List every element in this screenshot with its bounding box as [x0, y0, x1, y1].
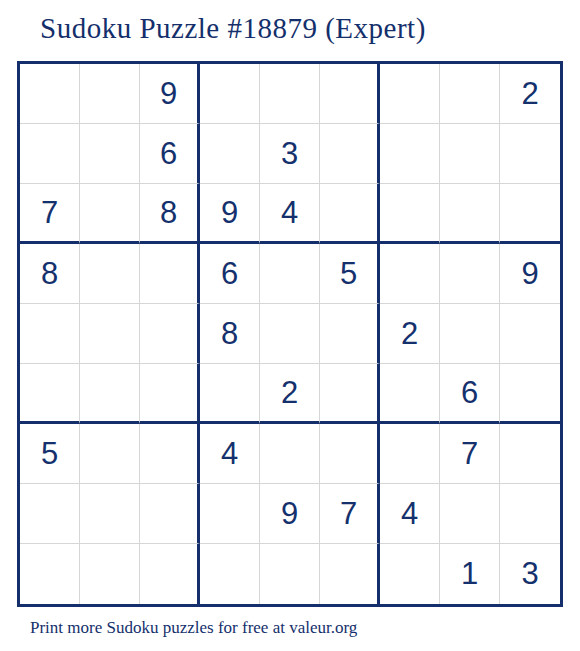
cell-r1c8: [440, 64, 500, 124]
cell-r4c8: [440, 244, 500, 304]
sudoku-page: Sudoku Puzzle #18879 (Expert) 9263789486…: [0, 0, 580, 651]
cell-r2c8: [440, 124, 500, 184]
cell-r1c2: [80, 64, 140, 124]
cell-r4c7: [380, 244, 440, 304]
cell-r3c4: 9: [200, 184, 260, 244]
cell-r9c9: 3: [500, 544, 560, 604]
cell-r5c5: [260, 304, 320, 364]
cell-r5c6: [320, 304, 380, 364]
cell-r6c2: [80, 364, 140, 424]
cell-r1c5: [260, 64, 320, 124]
cell-r8c1: [20, 484, 80, 544]
cell-r3c6: [320, 184, 380, 244]
cell-r5c1: [20, 304, 80, 364]
cell-r3c3: 8: [140, 184, 200, 244]
cell-r4c1: 8: [20, 244, 80, 304]
puzzle-title: Sudoku Puzzle #18879 (Expert): [40, 12, 426, 45]
cell-r5c7: 2: [380, 304, 440, 364]
cell-r1c6: [320, 64, 380, 124]
cell-r1c7: [380, 64, 440, 124]
cell-r6c7: [380, 364, 440, 424]
cell-r2c4: [200, 124, 260, 184]
cell-r1c4: [200, 64, 260, 124]
cell-r1c9: 2: [500, 64, 560, 124]
cell-r3c5: 4: [260, 184, 320, 244]
cell-r9c2: [80, 544, 140, 604]
cell-r4c5: [260, 244, 320, 304]
cell-r3c9: [500, 184, 560, 244]
cell-r5c8: [440, 304, 500, 364]
cell-r9c3: [140, 544, 200, 604]
cell-r2c5: 3: [260, 124, 320, 184]
cell-r7c7: [380, 424, 440, 484]
cell-r8c8: [440, 484, 500, 544]
cell-r8c9: [500, 484, 560, 544]
cell-r9c6: [320, 544, 380, 604]
cell-r2c7: [380, 124, 440, 184]
cell-r8c6: 7: [320, 484, 380, 544]
cell-r1c1: [20, 64, 80, 124]
cell-r2c1: [20, 124, 80, 184]
cell-r7c2: [80, 424, 140, 484]
cell-r8c2: [80, 484, 140, 544]
cell-r6c4: [200, 364, 260, 424]
cell-r7c9: [500, 424, 560, 484]
cell-r6c8: 6: [440, 364, 500, 424]
cell-r6c5: 2: [260, 364, 320, 424]
cell-r9c1: [20, 544, 80, 604]
cell-r3c1: 7: [20, 184, 80, 244]
cell-r5c2: [80, 304, 140, 364]
cell-r9c7: [380, 544, 440, 604]
footer-text: Print more Sudoku puzzles for free at va…: [30, 618, 357, 638]
cell-r3c2: [80, 184, 140, 244]
cell-r2c2: [80, 124, 140, 184]
cell-r9c8: 1: [440, 544, 500, 604]
cell-r5c3: [140, 304, 200, 364]
cell-r4c6: 5: [320, 244, 380, 304]
cell-r6c3: [140, 364, 200, 424]
cell-r6c9: [500, 364, 560, 424]
cell-r7c4: 4: [200, 424, 260, 484]
cell-r8c7: 4: [380, 484, 440, 544]
cell-r7c1: 5: [20, 424, 80, 484]
cell-r8c3: [140, 484, 200, 544]
cell-r4c4: 6: [200, 244, 260, 304]
cell-r6c1: [20, 364, 80, 424]
cell-r6c6: [320, 364, 380, 424]
cell-r3c8: [440, 184, 500, 244]
cell-r7c3: [140, 424, 200, 484]
cell-r3c7: [380, 184, 440, 244]
cell-r9c5: [260, 544, 320, 604]
cell-r7c8: 7: [440, 424, 500, 484]
cell-r1c3: 9: [140, 64, 200, 124]
cell-r4c2: [80, 244, 140, 304]
cell-r5c4: 8: [200, 304, 260, 364]
cell-r4c3: [140, 244, 200, 304]
cell-r9c4: [200, 544, 260, 604]
cell-r7c6: [320, 424, 380, 484]
cell-r8c4: [200, 484, 260, 544]
cell-r4c9: 9: [500, 244, 560, 304]
cell-r2c6: [320, 124, 380, 184]
cell-r2c9: [500, 124, 560, 184]
sudoku-board: 926378948659822654797413: [17, 61, 563, 607]
cell-r5c9: [500, 304, 560, 364]
cell-r2c3: 6: [140, 124, 200, 184]
cell-r8c5: 9: [260, 484, 320, 544]
cell-r7c5: [260, 424, 320, 484]
